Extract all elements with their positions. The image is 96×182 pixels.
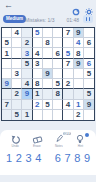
pause-icon	[89, 17, 91, 21]
cell-r7c5[interactable]	[43, 89, 53, 99]
cell-r9c5[interactable]	[43, 110, 53, 120]
pause-button[interactable]	[83, 15, 93, 23]
cell-r8c9[interactable]: 9	[84, 100, 94, 110]
cell-r6c6[interactable]: 5	[53, 79, 63, 89]
difficulty-badge: Medium	[3, 15, 26, 23]
numpad-2[interactable]: 2	[15, 152, 23, 164]
cell-r1c5[interactable]	[43, 28, 53, 38]
cell-r4c1[interactable]	[2, 59, 12, 69]
cell-r1c2[interactable]: 4	[12, 28, 22, 38]
cell-r7c2[interactable]: 2	[12, 89, 22, 99]
numpad-slot-5-empty	[44, 152, 52, 164]
cell-r5c5[interactable]: 9	[43, 69, 53, 79]
numpad-8[interactable]: 8	[73, 152, 81, 164]
cell-r5c8[interactable]	[74, 69, 84, 79]
cell-r1c3[interactable]	[22, 28, 32, 38]
numpad-6[interactable]: 6	[54, 152, 62, 164]
status-bar: Medium Mistakes: 1/3 01:48	[0, 15, 96, 25]
cell-r6c3[interactable]: 4	[22, 79, 32, 89]
cell-r7c3[interactable]: 9	[22, 89, 32, 99]
cell-r6c1[interactable]: 9	[2, 79, 12, 89]
hint-badge	[85, 133, 89, 137]
undo-button[interactable]: Undo	[7, 134, 24, 148]
numpad-7[interactable]: 7	[64, 152, 72, 164]
cell-r3c6[interactable]: 6	[53, 48, 63, 58]
cell-r9c9[interactable]	[84, 110, 94, 120]
cell-r2c2[interactable]	[12, 38, 22, 48]
cell-r8c2[interactable]	[12, 100, 22, 110]
cell-r1c9[interactable]	[84, 28, 94, 38]
cell-r2c7[interactable]	[63, 38, 73, 48]
cell-r2c8[interactable]: 4	[74, 38, 84, 48]
cell-r5c6[interactable]	[53, 69, 63, 79]
cell-r2c6[interactable]	[53, 38, 63, 48]
cell-r5c4[interactable]	[33, 69, 43, 79]
notes-label: Notes	[55, 144, 63, 146]
bottom-panel: Undo Erase OFF Notes Hint 12346789	[0, 130, 96, 175]
cell-r4c9[interactable]: 6	[84, 59, 94, 69]
cell-r5c7[interactable]	[63, 69, 73, 79]
cell-r6c5[interactable]	[43, 79, 53, 89]
cell-r5c9[interactable]: 5	[84, 69, 94, 79]
cell-r7c6[interactable]: 8	[53, 89, 63, 99]
cell-r9c4[interactable]	[33, 110, 43, 120]
cell-r8c5[interactable]: 5	[43, 100, 53, 110]
cell-r4c2[interactable]	[12, 59, 22, 69]
cell-r4c4[interactable]: 3	[33, 59, 43, 69]
cell-r3c9[interactable]	[84, 48, 94, 58]
cell-r2c1[interactable]: 5	[2, 38, 12, 48]
cell-r7c7[interactable]	[63, 89, 73, 99]
erase-button[interactable]: Erase	[29, 134, 46, 148]
eraser-icon	[32, 134, 43, 144]
cell-r8c3[interactable]	[22, 100, 32, 110]
cell-r4c7[interactable]: 7	[63, 59, 73, 69]
cell-r6c2[interactable]	[12, 79, 22, 89]
cell-r3c3[interactable]: 3	[22, 48, 32, 58]
cell-r9c8[interactable]: 2	[74, 110, 84, 120]
header: ←	[0, 0, 96, 14]
cell-r4c6[interactable]	[53, 59, 63, 69]
notes-button[interactable]: OFF Notes	[50, 134, 67, 148]
undo-icon	[11, 134, 21, 144]
notes-off-badge: OFF	[63, 132, 71, 135]
cell-r8c8[interactable]: 1	[74, 100, 84, 110]
cell-r5c1[interactable]	[2, 69, 12, 79]
cell-r8c4[interactable]: 2	[33, 100, 43, 110]
pencil-icon	[54, 134, 64, 144]
cell-r9c2[interactable]: 5	[12, 110, 22, 120]
numpad-1[interactable]: 1	[5, 152, 13, 164]
cell-r1c1[interactable]	[2, 28, 12, 38]
cell-r2c3[interactable]: 2	[22, 38, 32, 48]
undo-label: Undo	[12, 144, 19, 146]
cell-r2c4[interactable]	[33, 38, 43, 48]
cell-r8c6[interactable]	[53, 100, 63, 110]
cell-r7c9[interactable]: 5	[84, 89, 94, 99]
cell-r9c7[interactable]	[63, 110, 73, 120]
cell-r2c5[interactable]: 8	[43, 38, 53, 48]
cell-r4c8[interactable]: 9	[74, 59, 84, 69]
cell-r9c1[interactable]	[2, 110, 12, 120]
cell-r8c7[interactable]: 4	[63, 100, 73, 110]
timer: 01:48	[66, 17, 79, 23]
cell-r4c3[interactable]: 5	[22, 59, 32, 69]
mistakes-counter: Mistakes: 1/3	[25, 17, 54, 23]
erase-label: Erase	[33, 144, 41, 146]
cell-r8c1[interactable]: 7	[2, 100, 12, 110]
cell-r3c7[interactable]: 5	[63, 48, 73, 58]
cell-r3c1[interactable]: 1	[2, 48, 12, 58]
toolbar: Undo Erase OFF Notes Hint	[0, 130, 96, 148]
numpad-9[interactable]: 9	[83, 152, 91, 164]
numpad-3[interactable]: 3	[25, 152, 33, 164]
cell-r9c6[interactable]	[53, 110, 63, 120]
cell-r5c3[interactable]	[22, 69, 32, 79]
cell-r3c2[interactable]	[12, 48, 22, 58]
pause-icon	[86, 17, 88, 21]
cell-r6c7[interactable]: 2	[63, 79, 73, 89]
hint-label: Hint	[78, 144, 83, 146]
cell-r2c9[interactable]: 6	[84, 38, 94, 48]
cell-r7c4[interactable]: 1	[33, 89, 43, 99]
cell-r5c2[interactable]: 3	[12, 69, 22, 79]
cell-r6c9[interactable]	[84, 79, 94, 89]
cell-r9c3[interactable]: 1	[22, 110, 32, 120]
number-pad: 12346789	[0, 148, 96, 164]
cell-r1c4[interactable]: 5	[33, 28, 43, 38]
sudoku-app: { "game": "sudoku", "position": ".4.5..7…	[0, 0, 96, 182]
lightbulb-icon	[75, 134, 85, 144]
cell-r1c8[interactable]: 9	[74, 28, 84, 38]
back-arrow-icon[interactable]: ←	[4, 0, 13, 11]
cell-r6c4[interactable]: 8	[33, 79, 43, 89]
cell-r3c4[interactable]: 4	[33, 48, 43, 58]
cell-r6c8[interactable]	[74, 79, 84, 89]
cell-r3c8[interactable]: 8	[74, 48, 84, 58]
cell-r1c6[interactable]	[53, 28, 63, 38]
cell-r4c5[interactable]	[43, 59, 53, 69]
sudoku-board: 4579528461346585379639594852291857254195…	[1, 27, 95, 121]
hint-button[interactable]: Hint	[72, 134, 89, 148]
cell-r1c7[interactable]: 7	[63, 28, 73, 38]
numpad-4[interactable]: 4	[34, 152, 42, 164]
cell-r3c5[interactable]	[43, 48, 53, 58]
cell-r7c1[interactable]	[2, 89, 12, 99]
cell-r7c8[interactable]	[74, 89, 84, 99]
